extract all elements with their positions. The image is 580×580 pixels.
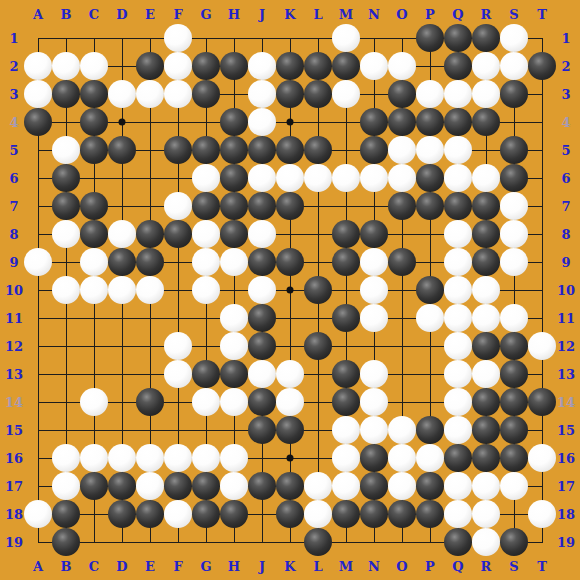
white-stone-B8[interactable] [52, 220, 80, 248]
black-stone-C3[interactable] [80, 80, 108, 108]
white-stone-H17[interactable] [220, 472, 248, 500]
row-label-right-8: 8 [561, 228, 570, 241]
black-stone-T2[interactable] [528, 52, 556, 80]
black-stone-G17[interactable] [192, 472, 220, 500]
white-stone-G8[interactable] [192, 220, 220, 248]
white-stone-N9[interactable] [360, 248, 388, 276]
column-label-top-F: F [173, 8, 182, 21]
black-stone-P10[interactable] [416, 276, 444, 304]
white-stone-J6[interactable] [248, 164, 276, 192]
white-stone-E16[interactable] [136, 444, 164, 472]
black-stone-N8[interactable] [360, 220, 388, 248]
white-stone-Q12[interactable] [444, 332, 472, 360]
black-stone-P17[interactable] [416, 472, 444, 500]
black-stone-M13[interactable] [332, 360, 360, 388]
black-stone-O9[interactable] [388, 248, 416, 276]
black-stone-B6[interactable] [52, 164, 80, 192]
row-label-left-4: 4 [9, 116, 18, 129]
white-stone-M15[interactable] [332, 416, 360, 444]
black-stone-Q7[interactable] [444, 192, 472, 220]
black-stone-G3[interactable] [192, 80, 220, 108]
white-stone-S17[interactable] [500, 472, 528, 500]
black-stone-Q4[interactable] [444, 108, 472, 136]
white-stone-Q8[interactable] [444, 220, 472, 248]
white-stone-M16[interactable] [332, 444, 360, 472]
row-label-left-11: 11 [5, 312, 23, 325]
column-label-top-T: T [537, 8, 547, 21]
black-stone-R9[interactable] [472, 248, 500, 276]
column-label-top-D: D [116, 8, 127, 21]
star-point-D4 [119, 119, 126, 126]
black-stone-R8[interactable] [472, 220, 500, 248]
white-stone-N11[interactable] [360, 304, 388, 332]
black-stone-H5[interactable] [220, 136, 248, 164]
white-stone-L18[interactable] [304, 500, 332, 528]
column-label-top-H: H [228, 8, 240, 21]
white-stone-C2[interactable] [80, 52, 108, 80]
black-stone-E18[interactable] [136, 500, 164, 528]
white-stone-O16[interactable] [388, 444, 416, 472]
white-stone-O5[interactable] [388, 136, 416, 164]
black-stone-R1[interactable] [472, 24, 500, 52]
white-stone-T18[interactable] [528, 500, 556, 528]
column-label-top-C: C [89, 8, 99, 21]
white-stone-Q15[interactable] [444, 416, 472, 444]
black-stone-E9[interactable] [136, 248, 164, 276]
white-stone-E17[interactable] [136, 472, 164, 500]
white-stone-Q5[interactable] [444, 136, 472, 164]
row-label-right-1: 1 [561, 32, 570, 45]
black-stone-Q2[interactable] [444, 52, 472, 80]
white-stone-H14[interactable] [220, 388, 248, 416]
white-stone-D10[interactable] [108, 276, 136, 304]
white-stone-S8[interactable] [500, 220, 528, 248]
white-stone-F13[interactable] [164, 360, 192, 388]
white-stone-F3[interactable] [164, 80, 192, 108]
white-stone-F7[interactable] [164, 192, 192, 220]
black-stone-C5[interactable] [80, 136, 108, 164]
white-stone-R13[interactable] [472, 360, 500, 388]
white-stone-A9[interactable] [24, 248, 52, 276]
row-label-left-18: 18 [5, 508, 23, 521]
white-stone-Q14[interactable] [444, 388, 472, 416]
white-stone-B16[interactable] [52, 444, 80, 472]
black-stone-N4[interactable] [360, 108, 388, 136]
white-stone-M6[interactable] [332, 164, 360, 192]
white-stone-R2[interactable] [472, 52, 500, 80]
white-stone-N2[interactable] [360, 52, 388, 80]
black-stone-Q16[interactable] [444, 444, 472, 472]
white-stone-F18[interactable] [164, 500, 192, 528]
white-stone-A18[interactable] [24, 500, 52, 528]
row-label-left-12: 12 [5, 340, 23, 353]
white-stone-B17[interactable] [52, 472, 80, 500]
column-label-bottom-A: A [33, 560, 43, 573]
black-stone-M2[interactable] [332, 52, 360, 80]
white-stone-T16[interactable] [528, 444, 556, 472]
black-stone-O18[interactable] [388, 500, 416, 528]
black-stone-N17[interactable] [360, 472, 388, 500]
black-stone-B19[interactable] [52, 528, 80, 556]
white-stone-F12[interactable] [164, 332, 192, 360]
column-label-top-B: B [61, 8, 72, 21]
column-label-bottom-M: M [339, 560, 353, 573]
white-stone-P16[interactable] [416, 444, 444, 472]
black-stone-R4[interactable] [472, 108, 500, 136]
white-stone-Q6[interactable] [444, 164, 472, 192]
go-board[interactable]: AABBCCDDEEFFGGHHJJKKLLMMNNOOPPQQRRSSTT11… [0, 0, 580, 580]
white-stone-A2[interactable] [24, 52, 52, 80]
black-stone-N18[interactable] [360, 500, 388, 528]
star-point-K16 [287, 455, 294, 462]
white-stone-S2[interactable] [500, 52, 528, 80]
black-stone-D17[interactable] [108, 472, 136, 500]
black-stone-E8[interactable] [136, 220, 164, 248]
black-stone-P4[interactable] [416, 108, 444, 136]
white-stone-S11[interactable] [500, 304, 528, 332]
white-stone-Q13[interactable] [444, 360, 472, 388]
black-stone-P6[interactable] [416, 164, 444, 192]
black-stone-O7[interactable] [388, 192, 416, 220]
row-label-left-2: 2 [9, 60, 18, 73]
black-stone-Q1[interactable] [444, 24, 472, 52]
white-stone-D3[interactable] [108, 80, 136, 108]
white-stone-F16[interactable] [164, 444, 192, 472]
black-stone-R16[interactable] [472, 444, 500, 472]
black-stone-D9[interactable] [108, 248, 136, 276]
black-stone-M18[interactable] [332, 500, 360, 528]
black-stone-P15[interactable] [416, 416, 444, 444]
white-stone-H16[interactable] [220, 444, 248, 472]
black-stone-S15[interactable] [500, 416, 528, 444]
black-stone-M9[interactable] [332, 248, 360, 276]
black-stone-G5[interactable] [192, 136, 220, 164]
white-stone-C14[interactable] [80, 388, 108, 416]
column-label-bottom-P: P [425, 560, 435, 573]
black-stone-H18[interactable] [220, 500, 248, 528]
black-stone-G13[interactable] [192, 360, 220, 388]
black-stone-B7[interactable] [52, 192, 80, 220]
white-stone-J10[interactable] [248, 276, 276, 304]
white-stone-D8[interactable] [108, 220, 136, 248]
black-stone-S3[interactable] [500, 80, 528, 108]
row-label-right-6: 6 [561, 172, 570, 185]
white-stone-S1[interactable] [500, 24, 528, 52]
column-label-top-N: N [368, 8, 380, 21]
black-stone-P7[interactable] [416, 192, 444, 220]
black-stone-K3[interactable] [276, 80, 304, 108]
white-stone-G16[interactable] [192, 444, 220, 472]
column-label-bottom-C: C [89, 560, 99, 573]
row-label-left-3: 3 [9, 88, 18, 101]
row-label-right-2: 2 [561, 60, 570, 73]
black-stone-J7[interactable] [248, 192, 276, 220]
black-stone-G2[interactable] [192, 52, 220, 80]
row-label-left-13: 13 [5, 368, 23, 381]
black-stone-J5[interactable] [248, 136, 276, 164]
row-label-right-3: 3 [561, 88, 570, 101]
column-label-bottom-O: O [396, 560, 407, 573]
black-stone-D18[interactable] [108, 500, 136, 528]
black-stone-P1[interactable] [416, 24, 444, 52]
row-label-right-16: 16 [557, 452, 575, 465]
row-label-left-7: 7 [9, 200, 18, 213]
row-label-left-6: 6 [9, 172, 18, 185]
white-stone-J4[interactable] [248, 108, 276, 136]
black-stone-C7[interactable] [80, 192, 108, 220]
black-stone-N5[interactable] [360, 136, 388, 164]
white-stone-R18[interactable] [472, 500, 500, 528]
black-stone-K18[interactable] [276, 500, 304, 528]
row-label-left-8: 8 [9, 228, 18, 241]
black-stone-K17[interactable] [276, 472, 304, 500]
black-stone-H13[interactable] [220, 360, 248, 388]
black-stone-G7[interactable] [192, 192, 220, 220]
black-stone-M14[interactable] [332, 388, 360, 416]
column-label-bottom-G: G [200, 560, 211, 573]
black-stone-S6[interactable] [500, 164, 528, 192]
black-stone-E2[interactable] [136, 52, 164, 80]
white-stone-J2[interactable] [248, 52, 276, 80]
row-label-left-15: 15 [5, 424, 23, 437]
white-stone-O15[interactable] [388, 416, 416, 444]
white-stone-P3[interactable] [416, 80, 444, 108]
white-stone-B5[interactable] [52, 136, 80, 164]
white-stone-F1[interactable] [164, 24, 192, 52]
black-stone-J12[interactable] [248, 332, 276, 360]
row-label-right-10: 10 [557, 284, 575, 297]
white-stone-A3[interactable] [24, 80, 52, 108]
white-stone-R10[interactable] [472, 276, 500, 304]
white-stone-G6[interactable] [192, 164, 220, 192]
black-stone-H2[interactable] [220, 52, 248, 80]
white-stone-Q17[interactable] [444, 472, 472, 500]
black-stone-F8[interactable] [164, 220, 192, 248]
row-label-left-10: 10 [5, 284, 23, 297]
white-stone-Q10[interactable] [444, 276, 472, 304]
black-stone-L3[interactable] [304, 80, 332, 108]
column-label-top-S: S [509, 8, 518, 21]
black-stone-R7[interactable] [472, 192, 500, 220]
white-stone-Q9[interactable] [444, 248, 472, 276]
black-stone-C8[interactable] [80, 220, 108, 248]
black-stone-G18[interactable] [192, 500, 220, 528]
column-label-bottom-T: T [537, 560, 547, 573]
column-label-top-P: P [425, 8, 435, 21]
column-label-top-O: O [396, 8, 407, 21]
star-point-K4 [287, 119, 294, 126]
row-label-right-12: 12 [557, 340, 575, 353]
white-stone-R6[interactable] [472, 164, 500, 192]
black-stone-C17[interactable] [80, 472, 108, 500]
column-label-top-M: M [339, 8, 353, 21]
white-stone-O2[interactable] [388, 52, 416, 80]
column-label-bottom-B: B [61, 560, 72, 573]
black-stone-P18[interactable] [416, 500, 444, 528]
black-stone-R15[interactable] [472, 416, 500, 444]
white-stone-R11[interactable] [472, 304, 500, 332]
black-stone-J14[interactable] [248, 388, 276, 416]
black-stone-D5[interactable] [108, 136, 136, 164]
black-stone-O3[interactable] [388, 80, 416, 108]
white-stone-P5[interactable] [416, 136, 444, 164]
row-label-right-9: 9 [561, 256, 570, 269]
black-stone-J9[interactable] [248, 248, 276, 276]
black-stone-K7[interactable] [276, 192, 304, 220]
white-stone-D16[interactable] [108, 444, 136, 472]
black-stone-K5[interactable] [276, 136, 304, 164]
column-label-bottom-D: D [116, 560, 127, 573]
white-stone-Q11[interactable] [444, 304, 472, 332]
column-label-bottom-L: L [313, 560, 322, 573]
white-stone-B10[interactable] [52, 276, 80, 304]
white-stone-L17[interactable] [304, 472, 332, 500]
black-stone-K2[interactable] [276, 52, 304, 80]
black-stone-K15[interactable] [276, 416, 304, 444]
black-stone-M11[interactable] [332, 304, 360, 332]
white-stone-J8[interactable] [248, 220, 276, 248]
white-stone-N6[interactable] [360, 164, 388, 192]
white-stone-N10[interactable] [360, 276, 388, 304]
white-stone-S9[interactable] [500, 248, 528, 276]
black-stone-J15[interactable] [248, 416, 276, 444]
column-label-top-E: E [145, 8, 155, 21]
row-label-right-7: 7 [561, 200, 570, 213]
white-stone-M1[interactable] [332, 24, 360, 52]
black-stone-H4[interactable] [220, 108, 248, 136]
white-stone-S7[interactable] [500, 192, 528, 220]
white-stone-K6[interactable] [276, 164, 304, 192]
black-stone-L2[interactable] [304, 52, 332, 80]
white-stone-C9[interactable] [80, 248, 108, 276]
white-stone-H11[interactable] [220, 304, 248, 332]
white-stone-O6[interactable] [388, 164, 416, 192]
white-stone-L6[interactable] [304, 164, 332, 192]
row-label-right-13: 13 [557, 368, 575, 381]
black-stone-K9[interactable] [276, 248, 304, 276]
row-label-left-9: 9 [9, 256, 18, 269]
white-stone-M17[interactable] [332, 472, 360, 500]
black-stone-T14[interactable] [528, 388, 556, 416]
white-stone-N15[interactable] [360, 416, 388, 444]
black-stone-S12[interactable] [500, 332, 528, 360]
column-label-top-G: G [200, 8, 211, 21]
black-stone-E14[interactable] [136, 388, 164, 416]
black-stone-S19[interactable] [500, 528, 528, 556]
row-label-left-1: 1 [9, 32, 18, 45]
row-label-left-14: 14 [5, 396, 23, 409]
black-stone-R14[interactable] [472, 388, 500, 416]
black-stone-H6[interactable] [220, 164, 248, 192]
black-stone-N16[interactable] [360, 444, 388, 472]
black-stone-A4[interactable] [24, 108, 52, 136]
row-label-right-15: 15 [557, 424, 575, 437]
black-stone-J11[interactable] [248, 304, 276, 332]
white-stone-N13[interactable] [360, 360, 388, 388]
row-label-left-17: 17 [5, 480, 23, 493]
white-stone-H12[interactable] [220, 332, 248, 360]
white-stone-G10[interactable] [192, 276, 220, 304]
white-stone-J3[interactable] [248, 80, 276, 108]
white-stone-G14[interactable] [192, 388, 220, 416]
row-label-left-16: 16 [5, 452, 23, 465]
white-stone-R17[interactable] [472, 472, 500, 500]
white-stone-O17[interactable] [388, 472, 416, 500]
column-label-top-R: R [481, 8, 492, 21]
column-label-top-A: A [33, 8, 43, 21]
black-stone-S14[interactable] [500, 388, 528, 416]
row-label-right-18: 18 [557, 508, 575, 521]
white-stone-H9[interactable] [220, 248, 248, 276]
black-stone-L10[interactable] [304, 276, 332, 304]
black-stone-H8[interactable] [220, 220, 248, 248]
row-label-right-19: 19 [557, 536, 575, 549]
black-stone-B18[interactable] [52, 500, 80, 528]
white-stone-R19[interactable] [472, 528, 500, 556]
white-stone-R3[interactable] [472, 80, 500, 108]
black-stone-Q19[interactable] [444, 528, 472, 556]
black-stone-B3[interactable] [52, 80, 80, 108]
white-stone-K14[interactable] [276, 388, 304, 416]
column-label-top-L: L [313, 8, 322, 21]
column-label-bottom-Q: Q [452, 560, 463, 573]
white-stone-E3[interactable] [136, 80, 164, 108]
white-stone-Q18[interactable] [444, 500, 472, 528]
black-stone-J17[interactable] [248, 472, 276, 500]
white-stone-G9[interactable] [192, 248, 220, 276]
row-label-right-17: 17 [557, 480, 575, 493]
black-stone-R12[interactable] [472, 332, 500, 360]
white-stone-Q3[interactable] [444, 80, 472, 108]
column-label-bottom-J: J [259, 560, 265, 573]
black-stone-C4[interactable] [80, 108, 108, 136]
row-label-left-5: 5 [9, 144, 18, 157]
black-stone-M8[interactable] [332, 220, 360, 248]
white-stone-C16[interactable] [80, 444, 108, 472]
white-stone-B2[interactable] [52, 52, 80, 80]
black-stone-S13[interactable] [500, 360, 528, 388]
star-point-K10 [287, 287, 294, 294]
white-stone-T12[interactable] [528, 332, 556, 360]
black-stone-O4[interactable] [388, 108, 416, 136]
black-stone-F17[interactable] [164, 472, 192, 500]
white-stone-J13[interactable] [248, 360, 276, 388]
black-stone-L19[interactable] [304, 528, 332, 556]
column-label-bottom-N: N [368, 560, 380, 573]
black-stone-S5[interactable] [500, 136, 528, 164]
black-stone-S16[interactable] [500, 444, 528, 472]
black-stone-L5[interactable] [304, 136, 332, 164]
column-label-top-K: K [284, 8, 295, 21]
column-label-bottom-S: S [509, 560, 518, 573]
white-stone-M3[interactable] [332, 80, 360, 108]
white-stone-C10[interactable] [80, 276, 108, 304]
white-stone-F2[interactable] [164, 52, 192, 80]
black-stone-L12[interactable] [304, 332, 332, 360]
row-label-right-4: 4 [561, 116, 570, 129]
column-label-bottom-R: R [481, 560, 492, 573]
row-label-right-14: 14 [557, 396, 575, 409]
black-stone-H7[interactable] [220, 192, 248, 220]
white-stone-K13[interactable] [276, 360, 304, 388]
column-label-bottom-E: E [145, 560, 155, 573]
white-stone-N14[interactable] [360, 388, 388, 416]
white-stone-E10[interactable] [136, 276, 164, 304]
black-stone-F5[interactable] [164, 136, 192, 164]
white-stone-P11[interactable] [416, 304, 444, 332]
row-label-right-5: 5 [561, 144, 570, 157]
row-label-right-11: 11 [557, 312, 575, 325]
